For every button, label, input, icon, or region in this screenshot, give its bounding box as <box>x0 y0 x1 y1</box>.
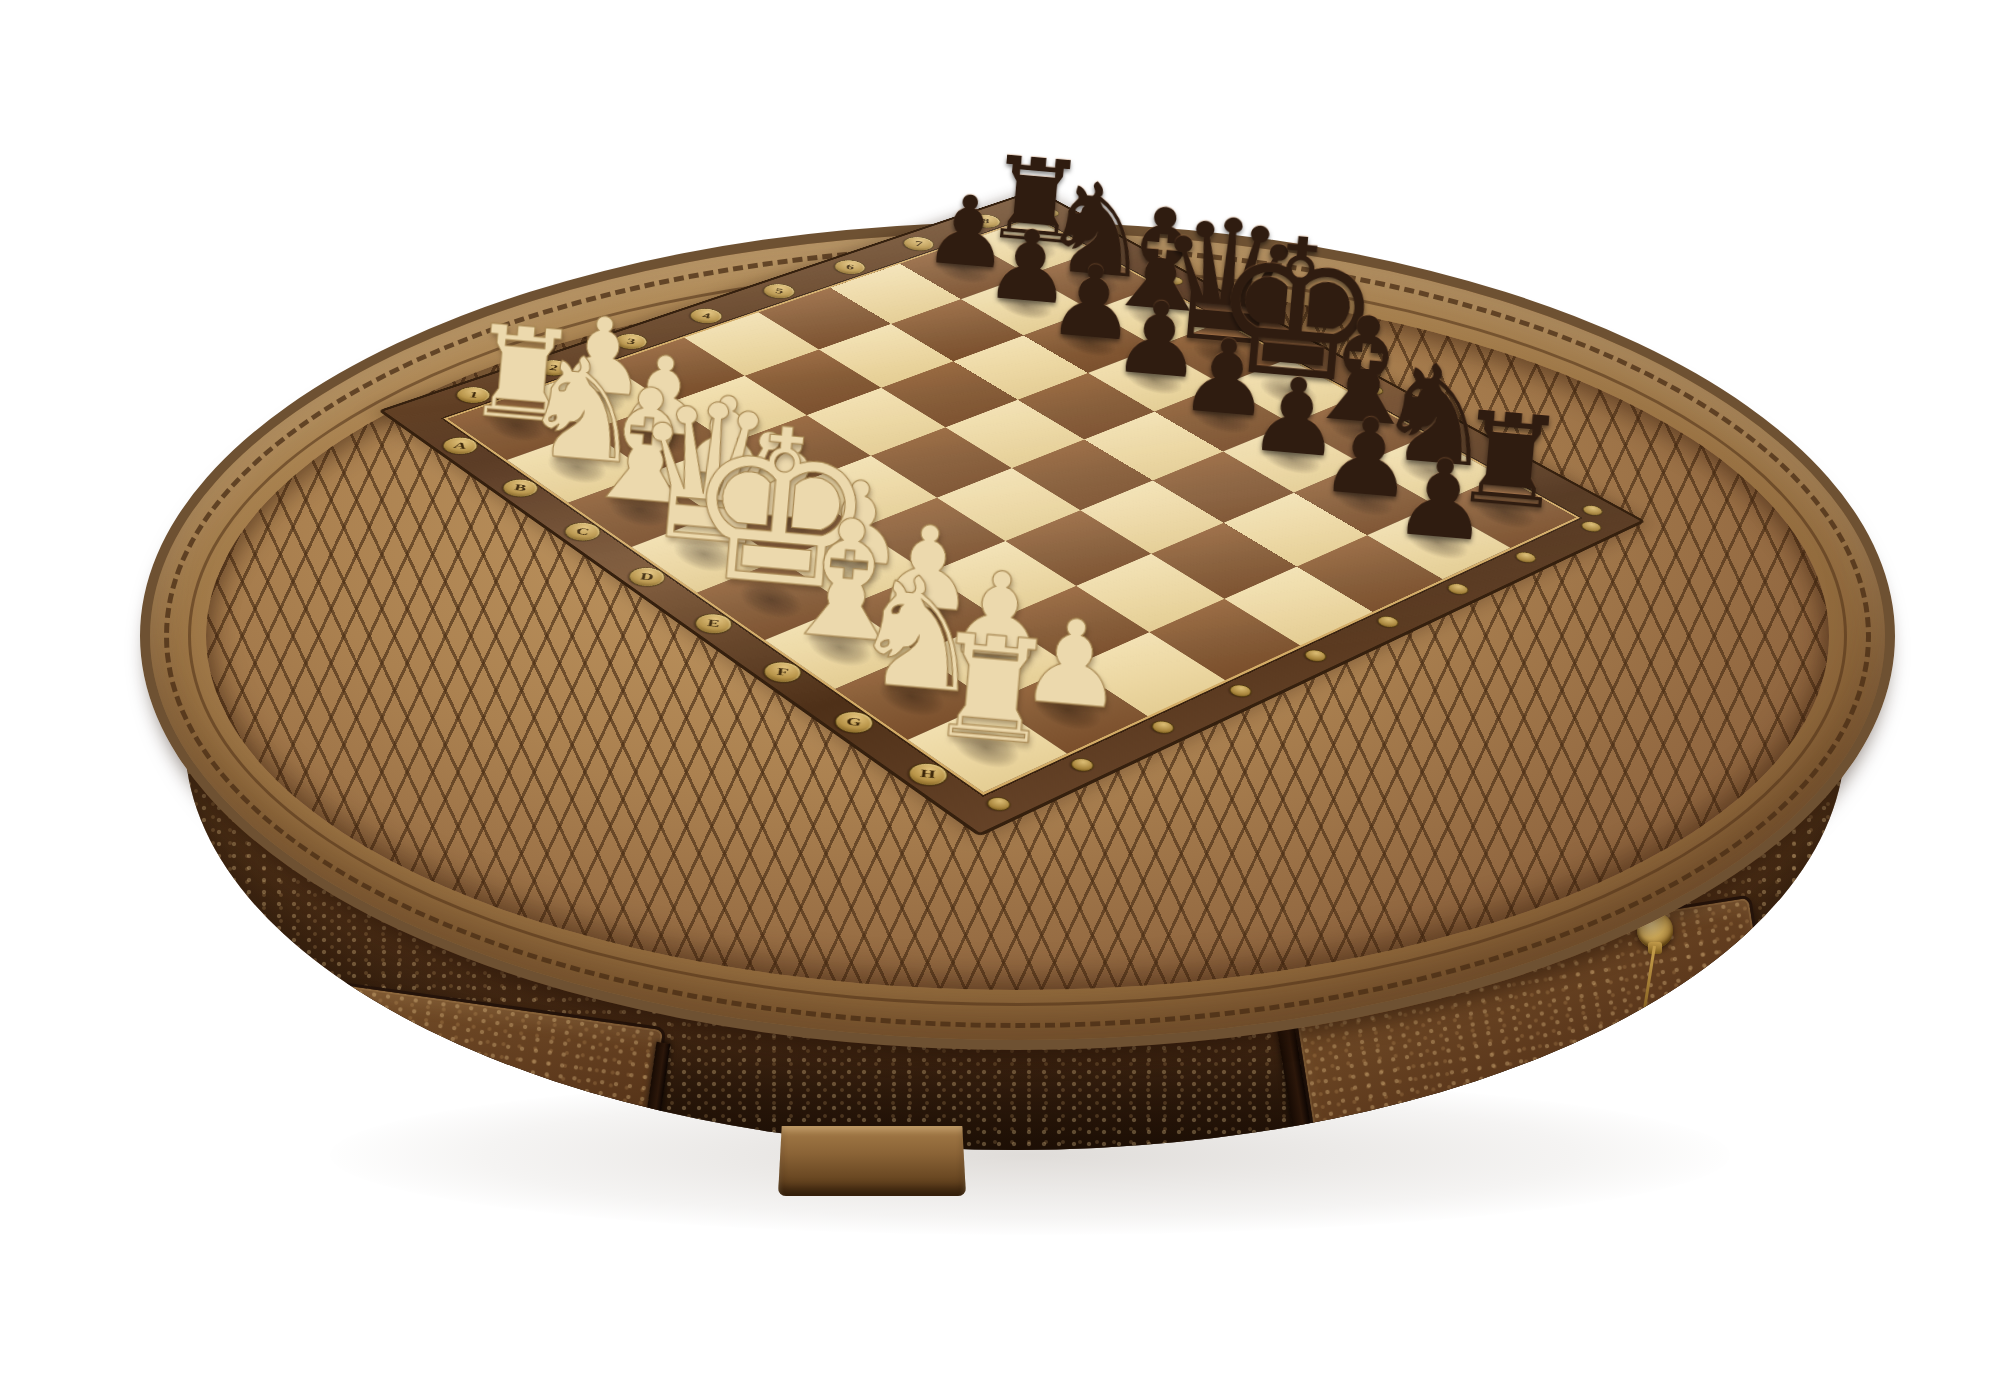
frame-screw <box>1066 756 1098 774</box>
box-foot <box>778 1126 966 1196</box>
frame-screw <box>1225 682 1256 699</box>
frame-screw <box>1300 648 1330 664</box>
brass-pendant-medallion: H <box>1637 1002 1689 1068</box>
frame-screw <box>1443 581 1472 596</box>
photo-round-carved-chess-set: { "game": "chess", "scene": "overhead-an… <box>0 0 2000 1379</box>
frame-screw <box>1511 550 1540 565</box>
frame-screw <box>1579 503 1607 517</box>
frame-screw <box>1373 614 1403 630</box>
frame-screw <box>1577 519 1605 534</box>
frame-screw <box>983 795 1016 814</box>
square-h7: ♟ <box>1367 505 1510 579</box>
piece-white-rook: ♜ <box>923 618 1062 764</box>
frame-screw <box>1147 718 1178 736</box>
pendant-letter: H <box>1651 1018 1674 1052</box>
